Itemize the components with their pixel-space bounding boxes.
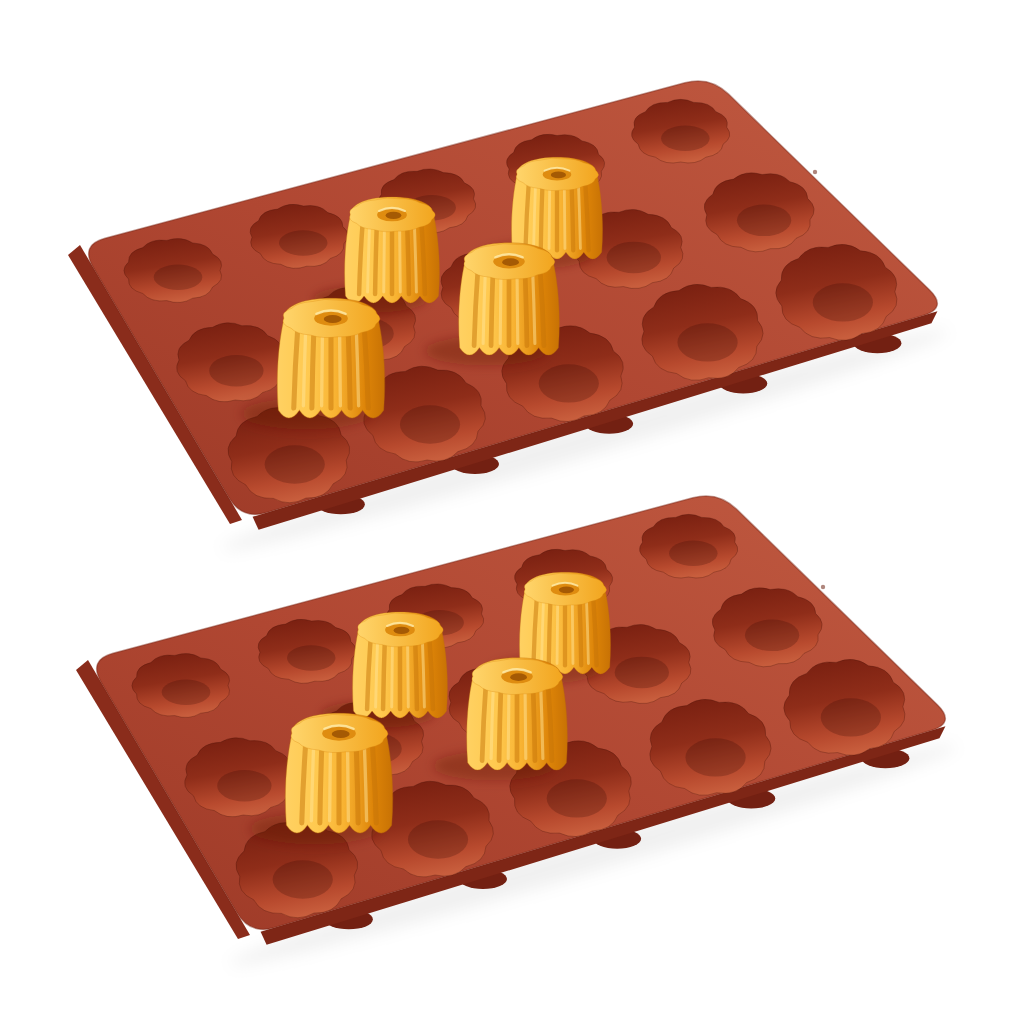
surface-speck	[821, 585, 825, 589]
cavity-floor	[677, 323, 737, 361]
scene	[0, 0, 1024, 1024]
cavity-floor	[539, 364, 599, 402]
product-photo	[0, 0, 1024, 1024]
cavity-floor	[154, 264, 203, 290]
canele-crater-hole	[394, 627, 410, 634]
cavity-floor	[821, 698, 881, 736]
cavity-floor	[209, 355, 263, 387]
cavity-floor	[162, 679, 211, 705]
cavity-floor	[615, 657, 669, 689]
cavity-floor	[607, 242, 661, 274]
canele-crater-hole	[502, 258, 519, 266]
canele-crater-hole	[551, 171, 566, 178]
cavity-floor	[669, 541, 718, 567]
cavity-floor	[547, 779, 607, 817]
cavity-floor	[279, 230, 328, 256]
cavity-floor	[408, 820, 468, 858]
cavity-floor	[265, 445, 325, 483]
canele-crater-hole	[332, 730, 350, 738]
canele-crater-hole	[386, 212, 402, 219]
cavity-floor	[661, 126, 710, 152]
cavity-floor	[685, 738, 745, 776]
cavity-floor	[737, 204, 791, 236]
canele-crater-hole	[324, 315, 342, 323]
cavity-floor	[217, 770, 271, 802]
canele-crater-hole	[510, 673, 527, 681]
cavity-floor	[400, 405, 460, 443]
canele-crater-hole	[559, 586, 574, 593]
cavity-floor	[287, 645, 336, 671]
cavity-floor	[813, 283, 873, 321]
cavity-floor	[273, 860, 333, 898]
mold-tray-2	[76, 496, 962, 980]
cavity-floor	[745, 619, 799, 651]
surface-speck	[813, 170, 817, 174]
mold-tray-1	[68, 81, 954, 565]
